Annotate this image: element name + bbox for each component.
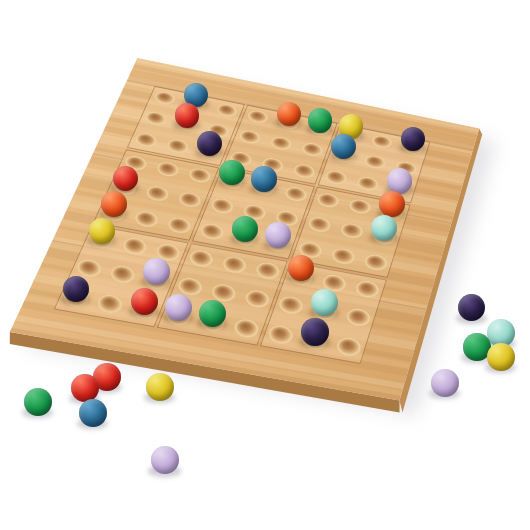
ball-orange[interactable]: [101, 191, 127, 217]
ball-green[interactable]: [24, 388, 52, 416]
ball-red[interactable]: [71, 374, 99, 402]
ball-red[interactable]: [113, 166, 138, 191]
ball-lavender[interactable]: [165, 294, 192, 321]
ball-green[interactable]: [308, 108, 333, 133]
ball-lavender[interactable]: [387, 168, 412, 193]
ball-orange[interactable]: [379, 191, 405, 217]
ball-red[interactable]: [131, 288, 158, 315]
ball-lavender[interactable]: [265, 222, 291, 248]
ball-yellow[interactable]: [146, 373, 174, 401]
color-sudoku-scene: [0, 0, 530, 530]
ball-yellow[interactable]: [89, 218, 115, 244]
ball-green[interactable]: [232, 216, 258, 242]
ball-purple[interactable]: [301, 318, 328, 345]
ball-yellow[interactable]: [487, 343, 515, 371]
ball-light-blue[interactable]: [311, 289, 338, 316]
ball-green[interactable]: [199, 300, 226, 327]
ball-blue[interactable]: [251, 166, 276, 191]
ball-green[interactable]: [219, 160, 244, 185]
board-svg: [0, 0, 530, 530]
ball-lavender[interactable]: [431, 369, 459, 397]
ball-lavender[interactable]: [143, 258, 170, 285]
ball-purple[interactable]: [197, 131, 222, 156]
